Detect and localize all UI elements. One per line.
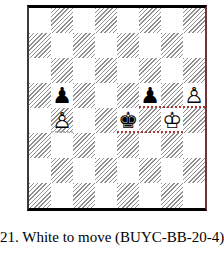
square-f8: [139, 8, 161, 33]
square-f5: ♟: [139, 83, 161, 108]
square-d3: [95, 133, 117, 158]
piece-glyph: ♔: [162, 110, 182, 132]
square-b5: ♟: [51, 83, 73, 108]
square-g5: [161, 83, 183, 108]
square-a6: [29, 58, 51, 83]
square-b6: [51, 58, 73, 83]
square-e7: [117, 33, 139, 58]
square-e3: [117, 133, 139, 158]
square-a3: [29, 133, 51, 158]
square-b1: [51, 183, 73, 208]
square-h3: [183, 133, 205, 158]
square-d1: [95, 183, 117, 208]
square-h8: [183, 8, 205, 33]
white-pawn: ♟♙: [183, 83, 205, 108]
square-e2: [117, 158, 139, 183]
square-e1: [117, 183, 139, 208]
square-d2: [95, 158, 117, 183]
square-c6: [73, 58, 95, 83]
board-grid: ♟♟♟♙♟♙♚♚♔: [29, 8, 205, 208]
square-g8: [161, 8, 183, 33]
chess-board: ♟♟♟♙♟♙♚♚♔: [27, 5, 207, 211]
square-b3: [51, 133, 73, 158]
square-a2: [29, 158, 51, 183]
square-a4: [29, 108, 51, 133]
underline-annotation: [139, 106, 205, 108]
black-king: ♚: [117, 108, 139, 133]
chess-diagram-page: ♟♟♟♙♟♙♚♚♔ 21. White to move (BUYC-BB-20-…: [0, 0, 224, 255]
underline-annotation: [117, 131, 183, 133]
square-a7: [29, 33, 51, 58]
square-h5: ♟♙: [183, 83, 205, 108]
square-d6: [95, 58, 117, 83]
piece-glyph: ♚: [118, 110, 138, 132]
square-c2: [73, 158, 95, 183]
square-a5: [29, 83, 51, 108]
square-c8: [73, 8, 95, 33]
square-f4: [139, 108, 161, 133]
white-pawn: ♟♙: [51, 108, 73, 133]
square-g2: [161, 158, 183, 183]
square-f6: [139, 58, 161, 83]
square-g4: ♚♔: [161, 108, 183, 133]
square-f1: [139, 183, 161, 208]
square-b7: [51, 33, 73, 58]
piece-glyph: ♙: [52, 110, 72, 132]
square-e5: [117, 83, 139, 108]
square-h4: [183, 108, 205, 133]
black-pawn: ♟: [139, 83, 161, 108]
square-c7: [73, 33, 95, 58]
square-b4: ♟♙: [51, 108, 73, 133]
square-a8: [29, 8, 51, 33]
piece-glyph: ♟: [52, 85, 72, 107]
square-f7: [139, 33, 161, 58]
piece-glyph: ♟: [140, 85, 160, 107]
square-c1: [73, 183, 95, 208]
square-b8: [51, 8, 73, 33]
square-e6: [117, 58, 139, 83]
square-h7: [183, 33, 205, 58]
square-c5: [73, 83, 95, 108]
square-e8: [117, 8, 139, 33]
square-h1: [183, 183, 205, 208]
square-g7: [161, 33, 183, 58]
square-f2: [139, 158, 161, 183]
square-d8: [95, 8, 117, 33]
square-g1: [161, 183, 183, 208]
square-b2: [51, 158, 73, 183]
square-a1: [29, 183, 51, 208]
square-d5: [95, 83, 117, 108]
square-f3: [139, 133, 161, 158]
black-pawn: ♟: [51, 83, 73, 108]
square-d4: [95, 108, 117, 133]
square-h6: [183, 58, 205, 83]
square-e4: ♚: [117, 108, 139, 133]
square-d7: [95, 33, 117, 58]
piece-glyph: ♙: [184, 85, 204, 107]
diagram-caption: 21. White to move (BUYC-BB-20-4): [0, 229, 224, 246]
square-g3: [161, 133, 183, 158]
square-g6: [161, 58, 183, 83]
square-c3: [73, 133, 95, 158]
underline-annotation: [51, 131, 73, 133]
square-h2: [183, 158, 205, 183]
white-king: ♚♔: [161, 108, 183, 133]
square-c4: [73, 108, 95, 133]
